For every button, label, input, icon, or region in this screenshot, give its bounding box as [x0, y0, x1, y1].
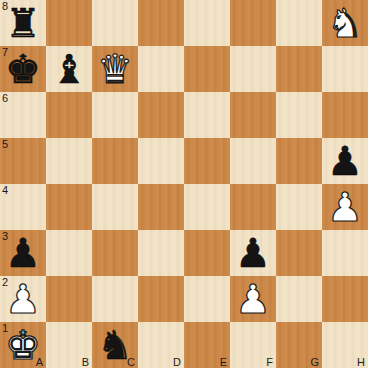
piece-white-queen-c7[interactable]: ♛ [92, 46, 138, 92]
square-a1[interactable]: 1A♚ [0, 322, 46, 368]
square-f2[interactable]: ♟ [230, 276, 276, 322]
square-e1[interactable]: E [184, 322, 230, 368]
piece-white-pawn-a2[interactable]: ♟ [0, 276, 46, 322]
square-e7[interactable] [184, 46, 230, 92]
square-b4[interactable] [46, 184, 92, 230]
square-f8[interactable] [230, 0, 276, 46]
file-label-b: B [82, 356, 89, 368]
piece-white-pawn-f2[interactable]: ♟ [230, 276, 276, 322]
square-d2[interactable] [138, 276, 184, 322]
file-label-f: F [266, 356, 273, 368]
piece-white-knight-h8[interactable]: ♞ [322, 0, 368, 46]
square-d6[interactable] [138, 92, 184, 138]
square-e4[interactable] [184, 184, 230, 230]
square-c4[interactable] [92, 184, 138, 230]
piece-black-king-a7[interactable]: ♚ [0, 46, 46, 92]
square-g3[interactable] [276, 230, 322, 276]
square-d7[interactable] [138, 46, 184, 92]
piece-black-bishop-b7[interactable]: ♝ [46, 46, 92, 92]
square-h5[interactable]: ♟ [322, 138, 368, 184]
piece-black-pawn-f3[interactable]: ♟ [230, 230, 276, 276]
square-f4[interactable] [230, 184, 276, 230]
rank-label-4: 4 [2, 184, 8, 196]
square-a3[interactable]: 3♟ [0, 230, 46, 276]
file-label-h: H [357, 356, 365, 368]
square-f1[interactable]: F [230, 322, 276, 368]
square-c8[interactable] [92, 0, 138, 46]
square-b6[interactable] [46, 92, 92, 138]
square-g5[interactable] [276, 138, 322, 184]
piece-black-pawn-a3[interactable]: ♟ [0, 230, 46, 276]
square-c6[interactable] [92, 92, 138, 138]
square-c2[interactable] [92, 276, 138, 322]
square-g4[interactable] [276, 184, 322, 230]
square-f7[interactable] [230, 46, 276, 92]
square-g6[interactable] [276, 92, 322, 138]
piece-black-pawn-h5[interactable]: ♟ [322, 138, 368, 184]
square-a5[interactable]: 5 [0, 138, 46, 184]
square-d4[interactable] [138, 184, 184, 230]
chess-board: 8♜♞7♚♝♛65♟4♟3♟♟2♟♟1A♚BC♞DEFGH [0, 0, 368, 368]
square-b1[interactable]: B [46, 322, 92, 368]
square-g2[interactable] [276, 276, 322, 322]
square-a8[interactable]: 8♜ [0, 0, 46, 46]
square-c7[interactable]: ♛ [92, 46, 138, 92]
square-e8[interactable] [184, 0, 230, 46]
square-f3[interactable]: ♟ [230, 230, 276, 276]
square-b2[interactable] [46, 276, 92, 322]
square-h8[interactable]: ♞ [322, 0, 368, 46]
square-f6[interactable] [230, 92, 276, 138]
square-b3[interactable] [46, 230, 92, 276]
piece-black-rook-a8[interactable]: ♜ [0, 0, 46, 46]
square-e5[interactable] [184, 138, 230, 184]
square-e2[interactable] [184, 276, 230, 322]
square-h6[interactable] [322, 92, 368, 138]
square-g7[interactable] [276, 46, 322, 92]
square-d5[interactable] [138, 138, 184, 184]
square-h7[interactable] [322, 46, 368, 92]
piece-black-knight-c1[interactable]: ♞ [92, 322, 138, 368]
rank-label-6: 6 [2, 92, 8, 104]
square-a7[interactable]: 7♚ [0, 46, 46, 92]
square-e6[interactable] [184, 92, 230, 138]
file-label-d: D [173, 356, 181, 368]
square-c5[interactable] [92, 138, 138, 184]
square-e3[interactable] [184, 230, 230, 276]
square-g1[interactable]: G [276, 322, 322, 368]
square-a4[interactable]: 4 [0, 184, 46, 230]
square-a2[interactable]: 2♟ [0, 276, 46, 322]
square-d8[interactable] [138, 0, 184, 46]
square-b7[interactable]: ♝ [46, 46, 92, 92]
square-b5[interactable] [46, 138, 92, 184]
square-c1[interactable]: C♞ [92, 322, 138, 368]
file-label-g: G [310, 356, 319, 368]
file-label-e: E [220, 356, 227, 368]
square-h2[interactable] [322, 276, 368, 322]
rank-label-5: 5 [2, 138, 8, 150]
square-f5[interactable] [230, 138, 276, 184]
piece-white-king-a1[interactable]: ♚ [0, 322, 46, 368]
square-c3[interactable] [92, 230, 138, 276]
piece-white-pawn-h4[interactable]: ♟ [322, 184, 368, 230]
square-h4[interactable]: ♟ [322, 184, 368, 230]
square-h3[interactable] [322, 230, 368, 276]
square-d1[interactable]: D [138, 322, 184, 368]
square-d3[interactable] [138, 230, 184, 276]
square-a6[interactable]: 6 [0, 92, 46, 138]
square-b8[interactable] [46, 0, 92, 46]
square-g8[interactable] [276, 0, 322, 46]
square-h1[interactable]: H [322, 322, 368, 368]
